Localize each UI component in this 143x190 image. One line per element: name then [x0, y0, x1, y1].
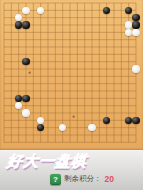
- white-stone: [88, 124, 95, 131]
- black-stone: [132, 117, 139, 124]
- caption-text: 好大一盘棋: [6, 152, 88, 171]
- white-stone: [22, 7, 29, 14]
- points-row: ? 剩余积分： 20: [50, 173, 114, 185]
- black-stone: [22, 21, 29, 28]
- white-stone: [125, 21, 132, 28]
- star-point: [73, 116, 75, 118]
- black-stone: [132, 21, 139, 28]
- white-stone: [132, 29, 139, 36]
- black-stone: [22, 58, 29, 65]
- question-icon[interactable]: ?: [50, 174, 61, 185]
- bottom-panel: 好大一盘棋 ? 剩余积分： 20: [0, 150, 143, 190]
- go-board[interactable]: [0, 0, 143, 150]
- black-stone: [15, 21, 22, 28]
- white-stone: [22, 109, 29, 116]
- black-stone: [22, 95, 29, 102]
- points-label: 剩余积分：: [64, 174, 102, 184]
- app-screen: 好大一盘棋 ? 剩余积分： 20: [0, 0, 143, 190]
- white-stone: [132, 65, 139, 72]
- points-value: 20: [105, 174, 114, 184]
- black-stone: [132, 14, 139, 21]
- star-point: [29, 72, 31, 74]
